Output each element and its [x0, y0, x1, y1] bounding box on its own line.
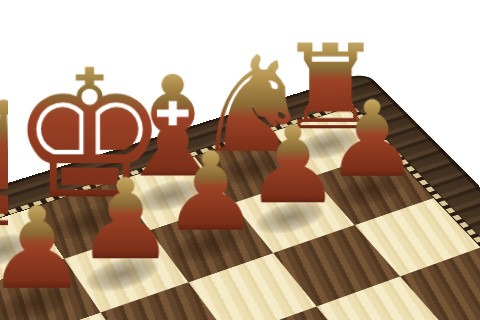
square-d2[interactable]: ♟ — [0, 259, 101, 320]
pawn-glyph: ♟ — [76, 164, 176, 275]
chess-board: ♛♚♝♞♜♟♟♟♟♟♟ — [0, 72, 480, 320]
pawn-glyph: ♟ — [162, 137, 260, 246]
board-grid: ♛♚♝♞♜♟♟♟♟♟♟ — [0, 108, 480, 320]
pawn-glyph: ♟ — [0, 192, 88, 305]
product-photo-stage: ♛♚♝♞♜♟♟♟♟♟♟ — [0, 0, 480, 320]
